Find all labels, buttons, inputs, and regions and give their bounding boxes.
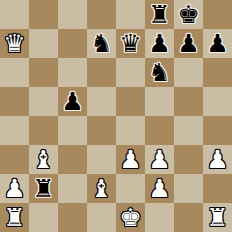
square-d8[interactable]: [87, 0, 116, 29]
square-e6[interactable]: [116, 58, 145, 87]
square-c7[interactable]: [58, 29, 87, 58]
square-f2[interactable]: ♟: [145, 174, 174, 203]
black-rook-piece: ♜: [148, 0, 170, 29]
square-d4[interactable]: [87, 116, 116, 145]
black-pawn-piece: ♟: [177, 29, 199, 58]
chess-board: ♜♚♛♞♛♟♟♟♞♟♝♟♟♟♟♜♝♟♜♚♜: [0, 0, 232, 232]
square-g1[interactable]: [174, 203, 203, 232]
white-bishop-piece: ♝: [90, 174, 112, 203]
square-b4[interactable]: [29, 116, 58, 145]
white-rook-piece: ♜: [3, 203, 25, 232]
black-pawn-piece: ♟: [206, 29, 228, 58]
square-h4[interactable]: [203, 116, 232, 145]
white-pawn-piece: ♟: [119, 145, 141, 174]
black-queen-piece: ♛: [119, 29, 141, 58]
square-f6[interactable]: ♞: [145, 58, 174, 87]
square-g4[interactable]: [174, 116, 203, 145]
white-king-piece: ♚: [119, 203, 141, 232]
square-h5[interactable]: [203, 87, 232, 116]
square-h2[interactable]: [203, 174, 232, 203]
square-b5[interactable]: [29, 87, 58, 116]
square-f3[interactable]: ♟: [145, 145, 174, 174]
square-b6[interactable]: [29, 58, 58, 87]
square-b1[interactable]: [29, 203, 58, 232]
square-b3[interactable]: ♝: [29, 145, 58, 174]
square-e8[interactable]: [116, 0, 145, 29]
square-g2[interactable]: [174, 174, 203, 203]
square-b7[interactable]: [29, 29, 58, 58]
white-pawn-piece: ♟: [148, 174, 170, 203]
square-e4[interactable]: [116, 116, 145, 145]
white-queen-piece: ♛: [3, 29, 25, 58]
square-a4[interactable]: [0, 116, 29, 145]
square-e5[interactable]: [116, 87, 145, 116]
square-c2[interactable]: [58, 174, 87, 203]
square-a2[interactable]: ♟: [0, 174, 29, 203]
square-f5[interactable]: [145, 87, 174, 116]
black-king-piece: ♚: [177, 0, 199, 29]
square-a3[interactable]: [0, 145, 29, 174]
square-e3[interactable]: ♟: [116, 145, 145, 174]
square-a8[interactable]: [0, 0, 29, 29]
square-d5[interactable]: [87, 87, 116, 116]
square-c1[interactable]: [58, 203, 87, 232]
square-c4[interactable]: [58, 116, 87, 145]
square-c3[interactable]: [58, 145, 87, 174]
white-bishop-piece: ♝: [32, 145, 54, 174]
square-h3[interactable]: ♟: [203, 145, 232, 174]
square-f7[interactable]: ♟: [145, 29, 174, 58]
white-pawn-piece: ♟: [3, 174, 25, 203]
square-d7[interactable]: ♞: [87, 29, 116, 58]
black-pawn-piece: ♟: [61, 87, 83, 116]
square-a7[interactable]: ♛: [0, 29, 29, 58]
square-g3[interactable]: [174, 145, 203, 174]
square-e7[interactable]: ♛: [116, 29, 145, 58]
white-rook-piece: ♜: [206, 203, 228, 232]
square-d1[interactable]: [87, 203, 116, 232]
square-g6[interactable]: [174, 58, 203, 87]
square-g5[interactable]: [174, 87, 203, 116]
square-a5[interactable]: [0, 87, 29, 116]
square-c5[interactable]: ♟: [58, 87, 87, 116]
square-b2[interactable]: ♜: [29, 174, 58, 203]
black-knight-piece: ♞: [148, 58, 170, 87]
square-b8[interactable]: [29, 0, 58, 29]
square-c8[interactable]: [58, 0, 87, 29]
square-e1[interactable]: ♚: [116, 203, 145, 232]
black-knight-piece: ♞: [90, 29, 112, 58]
square-a1[interactable]: ♜: [0, 203, 29, 232]
square-g8[interactable]: ♚: [174, 0, 203, 29]
square-f4[interactable]: [145, 116, 174, 145]
square-d6[interactable]: [87, 58, 116, 87]
square-e2[interactable]: [116, 174, 145, 203]
square-a6[interactable]: [0, 58, 29, 87]
square-f8[interactable]: ♜: [145, 0, 174, 29]
square-g7[interactable]: ♟: [174, 29, 203, 58]
square-d3[interactable]: [87, 145, 116, 174]
square-d2[interactable]: ♝: [87, 174, 116, 203]
square-f1[interactable]: [145, 203, 174, 232]
white-pawn-piece: ♟: [206, 145, 228, 174]
square-h6[interactable]: [203, 58, 232, 87]
square-h7[interactable]: ♟: [203, 29, 232, 58]
square-h1[interactable]: ♜: [203, 203, 232, 232]
black-rook-piece: ♜: [32, 174, 54, 203]
square-c6[interactable]: [58, 58, 87, 87]
black-pawn-piece: ♟: [148, 29, 170, 58]
square-h8[interactable]: [203, 0, 232, 29]
white-pawn-piece: ♟: [148, 145, 170, 174]
